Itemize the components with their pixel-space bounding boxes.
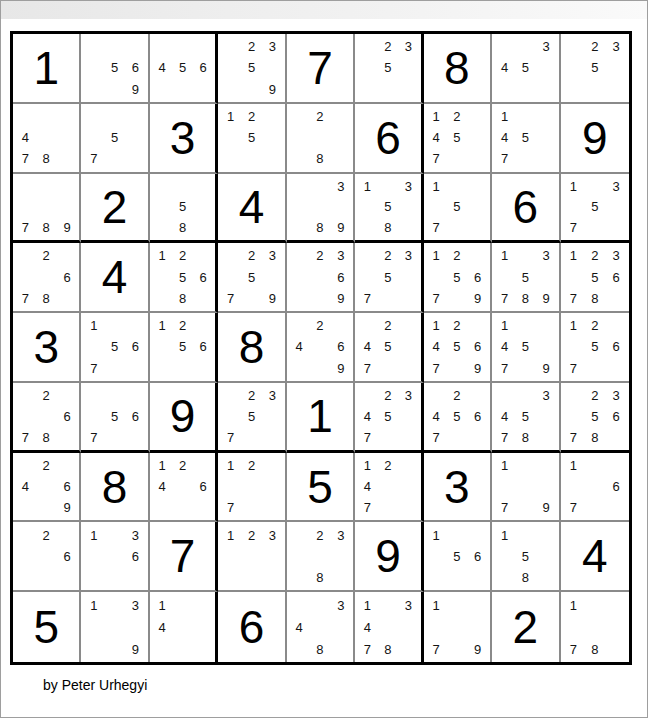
horizontal-scrollbar-track[interactable]: [1, 1, 647, 19]
given-digit: 6: [513, 184, 539, 230]
cell-r6c4[interactable]: 2357: [218, 383, 286, 453]
puzzle-page: 1569456235972358345235478573125286124571…: [0, 0, 648, 718]
pencil-marks: 2357: [357, 245, 418, 309]
given-digit: 4: [239, 184, 265, 230]
pencil-marks: 389: [289, 176, 351, 239]
pencil-marks: 2369: [289, 245, 351, 309]
cell-r5c1[interactable]: 3: [13, 313, 81, 383]
cell-r1c1[interactable]: 1: [13, 34, 81, 104]
given-digit: 4: [102, 254, 128, 300]
cell-r8c2[interactable]: 136: [81, 522, 149, 592]
cell-r9c2[interactable]: 139: [81, 592, 149, 662]
pencil-marks: 2678: [15, 385, 77, 448]
cell-r3c4[interactable]: 4: [218, 174, 286, 244]
cell-r8c1[interactable]: 26: [13, 522, 81, 592]
given-digit: 3: [170, 115, 196, 161]
cell-r2c8[interactable]: 1457: [492, 104, 560, 174]
cell-r6c7[interactable]: 24567: [424, 383, 492, 453]
pencil-marks: 13478: [357, 594, 418, 660]
given-digit: 9: [170, 393, 196, 439]
pencil-marks: 1235678: [563, 245, 627, 309]
pencil-marks: 12568: [152, 245, 213, 309]
cell-r4c1[interactable]: 2678: [13, 243, 81, 313]
pencil-marks: 24567: [426, 385, 488, 448]
cell-r3c2[interactable]: 2: [81, 174, 149, 244]
pencil-marks: 1247: [357, 455, 418, 519]
sudoku-board: 1569456235972358345235478573125286124571…: [10, 31, 632, 665]
pencil-marks: 123: [220, 524, 282, 588]
cell-r9c5[interactable]: 348: [287, 592, 355, 662]
pencil-marks: 157: [426, 176, 488, 239]
cell-r1c8[interactable]: 345: [492, 34, 560, 104]
given-digit: 3: [444, 464, 470, 510]
cell-r2c6[interactable]: 6: [355, 104, 423, 174]
pencil-marks: 125679: [426, 245, 488, 309]
cell-r6c2[interactable]: 567: [81, 383, 149, 453]
pencil-marks: 34578: [494, 385, 556, 448]
cell-r2c7[interactable]: 12457: [424, 104, 492, 174]
author-credit: by Peter Urhegyi: [43, 677, 147, 693]
pencil-marks: 567: [83, 385, 145, 448]
cell-r6c5[interactable]: 1: [287, 383, 355, 453]
pencil-marks: 1357: [563, 176, 627, 239]
pencil-marks: 348: [289, 594, 351, 660]
pencil-marks: 1567: [83, 315, 145, 379]
cell-r3c7[interactable]: 157: [424, 174, 492, 244]
cell-r5c7[interactable]: 1245679: [424, 313, 492, 383]
pencil-marks: 235: [357, 36, 418, 100]
cell-r1c6[interactable]: 235: [355, 34, 423, 104]
pencil-marks: 238: [289, 524, 351, 588]
cell-r6c1[interactable]: 2678: [13, 383, 81, 453]
pencil-marks: 156: [426, 524, 488, 588]
cell-r7c8[interactable]: 179: [492, 453, 560, 523]
given-digit: 7: [307, 45, 333, 91]
cell-r8c8[interactable]: 158: [492, 522, 560, 592]
cell-r3c6[interactable]: 1358: [355, 174, 423, 244]
cell-r8c6[interactable]: 9: [355, 522, 423, 592]
cell-r4c3[interactable]: 12568: [150, 243, 218, 313]
cell-r8c7[interactable]: 156: [424, 522, 492, 592]
cell-r2c1[interactable]: 478: [13, 104, 81, 174]
given-digit: 5: [33, 604, 59, 650]
given-digit: 3: [33, 324, 59, 370]
given-digit: 9: [582, 115, 608, 161]
given-digit: 8: [239, 324, 265, 370]
cell-r7c6[interactable]: 1247: [355, 453, 423, 523]
pencil-marks: 28: [289, 106, 351, 170]
cell-r4c2[interactable]: 4: [81, 243, 149, 313]
pencil-marks: 2359: [220, 36, 282, 100]
cell-r1c5[interactable]: 7: [287, 34, 355, 104]
cell-r9c9[interactable]: 178: [561, 592, 629, 662]
pencil-marks: 456: [152, 36, 213, 100]
cell-r2c2[interactable]: 57: [81, 104, 149, 174]
cell-r5c4[interactable]: 8: [218, 313, 286, 383]
pencil-marks: 789: [15, 176, 77, 239]
cell-r1c4[interactable]: 2359: [218, 34, 286, 104]
pencil-marks: 1457: [494, 106, 556, 170]
pencil-marks: 569: [83, 36, 145, 100]
given-digit: 7: [170, 533, 196, 579]
given-digit: 6: [239, 604, 265, 650]
cell-r4c4[interactable]: 23579: [218, 243, 286, 313]
cell-r7c9[interactable]: 167: [561, 453, 629, 523]
given-digit: 4: [582, 533, 608, 579]
cell-r9c3[interactable]: 14: [150, 592, 218, 662]
cell-r9c6[interactable]: 13478: [355, 592, 423, 662]
cell-r7c5[interactable]: 5: [287, 453, 355, 523]
pencil-marks: 135789: [494, 245, 556, 309]
pencil-marks: 2469: [289, 315, 351, 379]
pencil-marks: 125: [220, 106, 282, 170]
given-digit: 5: [307, 464, 333, 510]
cell-r3c9[interactable]: 1357: [561, 174, 629, 244]
pencil-marks: 136: [83, 524, 145, 588]
pencil-marks: 345: [494, 36, 556, 100]
cell-r1c7[interactable]: 8: [424, 34, 492, 104]
given-digit: 2: [102, 184, 128, 230]
cell-r1c9[interactable]: 235: [561, 34, 629, 104]
cell-r6c6[interactable]: 23457: [355, 383, 423, 453]
pencil-marks: 57: [83, 106, 145, 170]
pencil-marks: 2457: [357, 315, 418, 379]
pencil-marks: 23457: [357, 385, 418, 448]
pencil-marks: 12567: [563, 315, 627, 379]
cell-r4c5[interactable]: 2369: [287, 243, 355, 313]
cell-r3c8[interactable]: 6: [492, 174, 560, 244]
cell-r7c3[interactable]: 1246: [150, 453, 218, 523]
cell-r5c6[interactable]: 2457: [355, 313, 423, 383]
cell-r8c3[interactable]: 7: [150, 522, 218, 592]
pencil-marks: 23579: [220, 245, 282, 309]
given-digit: 8: [102, 464, 128, 510]
pencil-marks: 478: [15, 106, 77, 170]
cell-r6c3[interactable]: 9: [150, 383, 218, 453]
given-digit: 8: [444, 45, 470, 91]
pencil-marks: 139: [83, 594, 145, 660]
cell-r2c3[interactable]: 3: [150, 104, 218, 174]
pencil-marks: 179: [494, 455, 556, 519]
pencil-marks: 235678: [563, 385, 627, 448]
pencil-marks: 158: [494, 524, 556, 588]
pencil-marks: 14579: [494, 315, 556, 379]
cell-r9c4[interactable]: 6: [218, 592, 286, 662]
cell-r5c9[interactable]: 12567: [561, 313, 629, 383]
cell-r7c1[interactable]: 2469: [13, 453, 81, 523]
pencil-marks: 167: [563, 455, 627, 519]
cell-r6c8[interactable]: 34578: [492, 383, 560, 453]
pencil-marks: 26: [15, 524, 77, 588]
pencil-marks: 2357: [220, 385, 282, 448]
pencil-marks: 12457: [426, 106, 488, 170]
cell-r3c1[interactable]: 789: [13, 174, 81, 244]
pencil-marks: 127: [220, 455, 282, 519]
pencil-marks: 58: [152, 176, 213, 239]
cell-r5c8[interactable]: 14579: [492, 313, 560, 383]
cell-r4c9[interactable]: 1235678: [561, 243, 629, 313]
pencil-marks: 2469: [15, 455, 77, 519]
pencil-marks: 1256: [152, 315, 213, 379]
cell-r2c5[interactable]: 28: [287, 104, 355, 174]
cell-r5c2[interactable]: 1567: [81, 313, 149, 383]
pencil-marks: 179: [426, 594, 488, 660]
cell-r9c1[interactable]: 5: [13, 592, 81, 662]
cell-r8c5[interactable]: 238: [287, 522, 355, 592]
cell-r1c2[interactable]: 569: [81, 34, 149, 104]
cell-r7c7[interactable]: 3: [424, 453, 492, 523]
pencil-marks: 1245679: [426, 315, 488, 379]
cell-r7c4[interactable]: 127: [218, 453, 286, 523]
pencil-marks: 235: [563, 36, 627, 100]
cell-r2c4[interactable]: 125: [218, 104, 286, 174]
cell-r3c5[interactable]: 389: [287, 174, 355, 244]
given-digit: 9: [375, 533, 401, 579]
pencil-marks: 178: [563, 594, 627, 660]
cell-r5c5[interactable]: 2469: [287, 313, 355, 383]
pencil-marks: 1246: [152, 455, 213, 519]
given-digit: 6: [375, 115, 401, 161]
pencil-marks: 2678: [15, 245, 77, 309]
given-digit: 1: [33, 45, 59, 91]
cell-r8c4[interactable]: 123: [218, 522, 286, 592]
cell-r8c9[interactable]: 4: [561, 522, 629, 592]
pencil-marks: 1358: [357, 176, 418, 239]
cell-r7c2[interactable]: 8: [81, 453, 149, 523]
given-digit: 1: [307, 393, 333, 439]
cell-r9c8[interactable]: 2: [492, 592, 560, 662]
cell-r5c3[interactable]: 1256: [150, 313, 218, 383]
cell-r4c6[interactable]: 2357: [355, 243, 423, 313]
cell-r6c9[interactable]: 235678: [561, 383, 629, 453]
cell-r9c7[interactable]: 179: [424, 592, 492, 662]
cell-r3c3[interactable]: 58: [150, 174, 218, 244]
cell-r1c3[interactable]: 456: [150, 34, 218, 104]
cell-r4c7[interactable]: 125679: [424, 243, 492, 313]
given-digit: 2: [513, 604, 539, 650]
pencil-marks: 14: [152, 594, 213, 660]
cell-r4c8[interactable]: 135789: [492, 243, 560, 313]
cell-r2c9[interactable]: 9: [561, 104, 629, 174]
